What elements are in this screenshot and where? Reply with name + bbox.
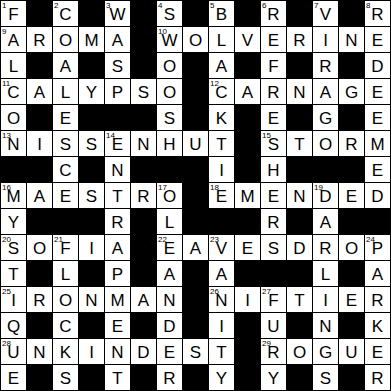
grid-cell-r13c9[interactable]: I bbox=[209, 313, 235, 339]
grid-cell-r7c3[interactable]: C bbox=[53, 157, 79, 183]
block-cell-r4c8 bbox=[183, 79, 209, 105]
cell-letter: R bbox=[319, 240, 331, 257]
grid-cell-r5c15[interactable]: E bbox=[365, 105, 391, 131]
grid-cell-r3c11[interactable]: F bbox=[261, 53, 287, 79]
cell-letter: I bbox=[89, 240, 94, 257]
cell-letter: V bbox=[242, 32, 253, 49]
cell-letter: R bbox=[319, 58, 331, 75]
block-cell-r13c12 bbox=[287, 313, 313, 339]
grid-cell-r15c13[interactable]: S bbox=[313, 365, 339, 391]
grid-cell-r10c9[interactable]: 23V bbox=[209, 235, 235, 261]
block-cell-r9c8 bbox=[183, 209, 209, 235]
cell-letter: U bbox=[345, 344, 357, 361]
grid-cell-r3c9[interactable]: A bbox=[209, 53, 235, 79]
grid-cell-r6c14[interactable]: R bbox=[339, 131, 365, 157]
grid-cell-r15c9[interactable]: Y bbox=[209, 365, 235, 391]
cell-letter: W bbox=[109, 6, 125, 23]
grid-cell-r5c1[interactable]: O bbox=[1, 105, 27, 131]
cell-letter: T bbox=[112, 188, 122, 205]
grid-cell-r4c4[interactable]: Y bbox=[79, 79, 105, 105]
grid-cell-r6c2[interactable]: I bbox=[27, 131, 53, 157]
grid-cell-r6c1[interactable]: 13N bbox=[1, 131, 27, 157]
block-cell-r15c2 bbox=[27, 365, 53, 391]
grid-cell-r14c12[interactable]: O bbox=[287, 339, 313, 365]
grid-cell-r3c1[interactable]: L bbox=[1, 53, 27, 79]
block-cell-r14c10 bbox=[235, 339, 261, 365]
grid-cell-r6c4[interactable]: S bbox=[79, 131, 105, 157]
clue-number: 17 bbox=[158, 183, 167, 192]
block-cell-r3c14 bbox=[339, 53, 365, 79]
cell-letter: A bbox=[138, 292, 149, 309]
cell-letter: E bbox=[60, 188, 71, 205]
grid-cell-r15c3[interactable]: S bbox=[53, 365, 79, 391]
block-cell-r9c9 bbox=[209, 209, 235, 235]
grid-cell-r13c15[interactable]: K bbox=[365, 313, 391, 339]
clue-number: 18 bbox=[210, 183, 219, 192]
cell-letter: S bbox=[190, 344, 201, 361]
grid-cell-r4c7[interactable]: O bbox=[157, 79, 183, 105]
grid-cell-r11c5[interactable]: P bbox=[105, 261, 131, 287]
block-cell-r9c10 bbox=[235, 209, 261, 235]
grid-cell-r1c5[interactable]: 3W bbox=[105, 1, 131, 27]
block-cell-r7c7 bbox=[157, 157, 183, 183]
cell-letter: I bbox=[11, 292, 16, 309]
grid-cell-r12c1[interactable]: 25I bbox=[1, 287, 27, 313]
clue-number: 6 bbox=[262, 1, 266, 10]
block-cell-r3c12 bbox=[287, 53, 313, 79]
block-cell-r1c6 bbox=[131, 1, 157, 27]
cell-letter: N bbox=[293, 84, 305, 101]
grid-cell-r2c3[interactable]: O bbox=[53, 27, 79, 53]
grid-cell-r8c3[interactable]: E bbox=[53, 183, 79, 209]
grid-cell-r8c9[interactable]: 18E bbox=[209, 183, 235, 209]
cell-letter: A bbox=[190, 240, 201, 257]
cell-letter: L bbox=[61, 84, 70, 101]
grid-cell-r4c2[interactable]: A bbox=[27, 79, 53, 105]
cell-letter: N bbox=[137, 136, 149, 153]
grid-cell-r12c7[interactable]: N bbox=[157, 287, 183, 313]
cell-letter: A bbox=[34, 188, 45, 205]
grid-cell-r7c11[interactable]: H bbox=[261, 157, 287, 183]
grid-cell-r14c15[interactable]: E bbox=[365, 339, 391, 365]
grid-cell-r12c9[interactable]: 26N bbox=[209, 287, 235, 313]
grid-cell-r4c11[interactable]: R bbox=[261, 79, 287, 105]
grid-cell-r12c13[interactable]: I bbox=[313, 287, 339, 313]
cell-letter: A bbox=[164, 266, 175, 283]
grid-cell-r1c15[interactable]: 8R bbox=[365, 1, 391, 27]
block-cell-r7c6 bbox=[131, 157, 157, 183]
clue-number: 25 bbox=[2, 287, 11, 296]
cell-letter: K bbox=[372, 318, 383, 335]
grid-cell-r14c3[interactable]: K bbox=[53, 339, 79, 365]
grid-cell-r8c13[interactable]: 19D bbox=[313, 183, 339, 209]
grid-cell-r7c9[interactable]: I bbox=[209, 157, 235, 183]
cell-letter: C bbox=[59, 6, 71, 23]
cell-letter: Y bbox=[8, 214, 19, 231]
grid-cell-r15c5[interactable]: T bbox=[105, 365, 131, 391]
grid-cell-r12c2[interactable]: R bbox=[27, 287, 53, 313]
clue-number: 13 bbox=[2, 131, 11, 140]
grid-cell-r8c7[interactable]: 17O bbox=[157, 183, 183, 209]
grid-cell-r2c14[interactable]: N bbox=[339, 27, 365, 53]
cell-letter: R bbox=[267, 84, 279, 101]
clue-number: 1 bbox=[2, 1, 6, 10]
grid-cell-r1c3[interactable]: 2C bbox=[53, 1, 79, 27]
grid-cell-r6c15[interactable]: M bbox=[365, 131, 391, 157]
grid-cell-r3c7[interactable]: O bbox=[157, 53, 183, 79]
grid-cell-r4c14[interactable]: G bbox=[339, 79, 365, 105]
cell-letter: M bbox=[110, 292, 124, 309]
grid-cell-r2c2[interactable]: R bbox=[27, 27, 53, 53]
block-cell-r11c11 bbox=[261, 261, 287, 287]
grid-cell-r12c10[interactable]: I bbox=[235, 287, 261, 313]
cell-letter: V bbox=[320, 6, 331, 23]
cell-letter: S bbox=[138, 84, 149, 101]
cell-letter: S bbox=[320, 370, 331, 387]
grid-cell-r12c14[interactable]: E bbox=[339, 287, 365, 313]
cell-letter: R bbox=[267, 214, 279, 231]
cell-letter: I bbox=[37, 136, 42, 153]
cell-letter: R bbox=[111, 214, 123, 231]
cell-letter: S bbox=[164, 110, 175, 127]
grid-cell-r9c5[interactable]: R bbox=[105, 209, 131, 235]
grid-cell-r10c1[interactable]: 20S bbox=[1, 235, 27, 261]
grid-cell-r12c5[interactable]: M bbox=[105, 287, 131, 313]
clue-number: 7 bbox=[314, 1, 318, 10]
grid-cell-r6c3[interactable]: S bbox=[53, 131, 79, 157]
grid-cell-r6c9[interactable]: T bbox=[209, 131, 235, 157]
grid-cell-r14c6[interactable]: D bbox=[131, 339, 157, 365]
grid-cell-r12c15[interactable]: R bbox=[365, 287, 391, 313]
block-cell-r5c10 bbox=[235, 105, 261, 131]
cell-letter: N bbox=[85, 292, 97, 309]
block-cell-r11c8 bbox=[183, 261, 209, 287]
grid-cell-r9c1[interactable]: Y bbox=[1, 209, 27, 235]
grid-cell-r11c13[interactable]: L bbox=[313, 261, 339, 287]
cell-letter: E bbox=[112, 318, 123, 335]
grid-cell-r10c2[interactable]: O bbox=[27, 235, 53, 261]
grid-cell-r4c10[interactable]: A bbox=[235, 79, 261, 105]
cell-letter: T bbox=[112, 370, 122, 387]
grid-cell-r13c1[interactable]: Q bbox=[1, 313, 27, 339]
grid-cell-r14c11[interactable]: 29R bbox=[261, 339, 287, 365]
grid-cell-r4c15[interactable]: E bbox=[365, 79, 391, 105]
grid-cell-r8c5[interactable]: T bbox=[105, 183, 131, 209]
grid-cell-r10c7[interactable]: 22E bbox=[157, 235, 183, 261]
grid-cell-r14c8[interactable]: S bbox=[183, 339, 209, 365]
grid-cell-r2c1[interactable]: 9A bbox=[1, 27, 27, 53]
grid-cell-r14c7[interactable]: E bbox=[157, 339, 183, 365]
block-cell-r2c6 bbox=[131, 27, 157, 53]
grid-cell-r6c13[interactable]: O bbox=[313, 131, 339, 157]
block-cell-r5c14 bbox=[339, 105, 365, 131]
grid-cell-r6c6[interactable]: N bbox=[131, 131, 157, 157]
grid-cell-r8c6[interactable]: R bbox=[131, 183, 157, 209]
grid-cell-r8c15[interactable]: D bbox=[365, 183, 391, 209]
cell-letter: D bbox=[371, 188, 383, 205]
cell-letter: Y bbox=[216, 370, 227, 387]
grid-cell-r9c13[interactable]: A bbox=[313, 209, 339, 235]
cell-letter: I bbox=[323, 32, 328, 49]
block-cell-r13c2 bbox=[27, 313, 53, 339]
block-cell-r3c4 bbox=[79, 53, 105, 79]
cell-letter: I bbox=[245, 292, 250, 309]
clue-number: 11 bbox=[2, 79, 10, 88]
grid-cell-r6c7[interactable]: H bbox=[157, 131, 183, 157]
grid-cell-r3c3[interactable]: A bbox=[53, 53, 79, 79]
grid-cell-r9c11[interactable]: R bbox=[261, 209, 287, 235]
cell-letter: R bbox=[293, 32, 305, 49]
grid-cell-r2c13[interactable]: I bbox=[313, 27, 339, 53]
grid-cell-r6c12[interactable]: T bbox=[287, 131, 313, 157]
grid-cell-r14c14[interactable]: U bbox=[339, 339, 365, 365]
cell-letter: D bbox=[293, 240, 305, 257]
grid-cell-r13c3[interactable]: C bbox=[53, 313, 79, 339]
grid-cell-r12c4[interactable]: N bbox=[79, 287, 105, 313]
cell-letter: C bbox=[59, 318, 71, 335]
grid-cell-r12c12[interactable]: T bbox=[287, 287, 313, 313]
block-cell-r15c12 bbox=[287, 365, 313, 391]
grid-cell-r10c13[interactable]: R bbox=[313, 235, 339, 261]
block-cell-r7c4 bbox=[79, 157, 105, 183]
block-cell-r13c4 bbox=[79, 313, 105, 339]
cell-letter: R bbox=[345, 136, 357, 153]
block-cell-r5c8 bbox=[183, 105, 209, 131]
cell-letter: A bbox=[34, 84, 45, 101]
clue-number: 16 bbox=[2, 183, 11, 192]
grid-cell-r4c1[interactable]: 11C bbox=[1, 79, 27, 105]
grid-cell-r13c11[interactable]: U bbox=[261, 313, 287, 339]
cell-letter: A bbox=[242, 84, 253, 101]
cell-letter: S bbox=[112, 58, 123, 75]
cell-letter: U bbox=[267, 318, 279, 335]
cell-letter: F bbox=[8, 6, 18, 23]
cell-letter: G bbox=[319, 344, 332, 361]
cell-letter: A bbox=[112, 240, 123, 257]
block-cell-r6c10 bbox=[235, 131, 261, 157]
grid-cell-r10c5[interactable]: A bbox=[105, 235, 131, 261]
grid-cell-r8c10[interactable]: M bbox=[235, 183, 261, 209]
block-cell-r5c4 bbox=[79, 105, 105, 131]
grid-cell-r11c15[interactable]: A bbox=[365, 261, 391, 287]
cell-letter: S bbox=[268, 240, 279, 257]
cell-letter: R bbox=[371, 370, 383, 387]
cell-letter: A bbox=[320, 84, 331, 101]
grid-cell-r11c9[interactable]: A bbox=[209, 261, 235, 287]
grid-cell-r2c9[interactable]: L bbox=[209, 27, 235, 53]
grid-cell-r4c6[interactable]: S bbox=[131, 79, 157, 105]
cell-letter: Y bbox=[86, 84, 97, 101]
block-cell-r9c14 bbox=[339, 209, 365, 235]
grid-cell-r13c13[interactable]: N bbox=[313, 313, 339, 339]
block-cell-r11c4 bbox=[79, 261, 105, 287]
grid-cell-r2c12[interactable]: R bbox=[287, 27, 313, 53]
cell-letter: T bbox=[294, 292, 304, 309]
grid-cell-r10c15[interactable]: 24P bbox=[365, 235, 391, 261]
grid-cell-r11c1[interactable]: T bbox=[1, 261, 27, 287]
grid-cell-r4c5[interactable]: P bbox=[105, 79, 131, 105]
clue-number: 19 bbox=[314, 183, 323, 192]
grid-cell-r14c5[interactable]: N bbox=[105, 339, 131, 365]
cell-letter: E bbox=[242, 240, 253, 257]
grid-cell-r2c10[interactable]: V bbox=[235, 27, 261, 53]
grid-cell-r3c5[interactable]: S bbox=[105, 53, 131, 79]
clue-number: 4 bbox=[158, 1, 162, 10]
grid-cell-r3c13[interactable]: R bbox=[313, 53, 339, 79]
grid-cell-r15c7[interactable]: R bbox=[157, 365, 183, 391]
grid-cell-r4c13[interactable]: A bbox=[313, 79, 339, 105]
block-cell-r15c14 bbox=[339, 365, 365, 391]
grid-cell-r14c13[interactable]: G bbox=[313, 339, 339, 365]
cell-letter: N bbox=[111, 162, 123, 179]
grid-cell-r10c4[interactable]: I bbox=[79, 235, 105, 261]
grid-cell-r10c11[interactable]: S bbox=[261, 235, 287, 261]
cell-letter: R bbox=[163, 370, 175, 387]
cell-letter: I bbox=[89, 344, 94, 361]
cell-letter: O bbox=[33, 240, 46, 257]
cell-letter: N bbox=[163, 292, 175, 309]
block-cell-r15c6 bbox=[131, 365, 157, 391]
block-cell-r3c2 bbox=[27, 53, 53, 79]
grid-cell-r9c7[interactable]: L bbox=[157, 209, 183, 235]
grid-cell-r14c4[interactable]: I bbox=[79, 339, 105, 365]
cell-letter: K bbox=[216, 110, 227, 127]
block-cell-r10c6 bbox=[131, 235, 157, 261]
cell-letter: O bbox=[163, 58, 176, 75]
cell-letter: O bbox=[59, 32, 72, 49]
grid-cell-r5c9[interactable]: K bbox=[209, 105, 235, 131]
grid-cell-r2c4[interactable]: M bbox=[79, 27, 105, 53]
cell-letter: R bbox=[33, 32, 45, 49]
clue-number: 27 bbox=[262, 287, 271, 296]
grid-cell-r7c15[interactable]: E bbox=[365, 157, 391, 183]
grid-cell-r5c13[interactable]: G bbox=[313, 105, 339, 131]
grid-cell-r1c13[interactable]: 7V bbox=[313, 1, 339, 27]
clue-number: 10 bbox=[158, 27, 167, 36]
block-cell-r7c8 bbox=[183, 157, 209, 183]
grid-cell-r5c11[interactable]: E bbox=[261, 105, 287, 131]
cell-letter: L bbox=[321, 266, 330, 283]
cell-letter: L bbox=[61, 266, 70, 283]
grid-cell-r15c11[interactable]: Y bbox=[261, 365, 287, 391]
grid-cell-r10c12[interactable]: D bbox=[287, 235, 313, 261]
grid-cell-r6c11[interactable]: 15S bbox=[261, 131, 287, 157]
block-cell-r8c8 bbox=[183, 183, 209, 209]
block-cell-r3c10 bbox=[235, 53, 261, 79]
grid-cell-r7c5[interactable]: N bbox=[105, 157, 131, 183]
grid-cell-r1c9[interactable]: 5B bbox=[209, 1, 235, 27]
grid-cell-r2c11[interactable]: E bbox=[261, 27, 287, 53]
cell-letter: D bbox=[371, 58, 383, 75]
cell-letter: U bbox=[189, 136, 201, 153]
cell-letter: A bbox=[60, 58, 71, 75]
cell-letter: G bbox=[345, 84, 358, 101]
grid-cell-r3c15[interactable]: D bbox=[365, 53, 391, 79]
grid-cell-r5c3[interactable]: E bbox=[53, 105, 79, 131]
cell-letter: T bbox=[294, 136, 304, 153]
grid-cell-r12c6[interactable]: A bbox=[131, 287, 157, 313]
cell-letter: N bbox=[293, 188, 305, 205]
cell-letter: A bbox=[216, 58, 227, 75]
grid-cell-r8c14[interactable]: E bbox=[339, 183, 365, 209]
grid-cell-r10c14[interactable]: O bbox=[339, 235, 365, 261]
grid-cell-r11c7[interactable]: A bbox=[157, 261, 183, 287]
grid-cell-r14c2[interactable]: N bbox=[27, 339, 53, 365]
grid-cell-r8c1[interactable]: 16M bbox=[1, 183, 27, 209]
crossword-board: 1F2C3W4S5B6R7V8R9AROMA10WOLVERINELASOAFR… bbox=[0, 0, 391, 391]
block-cell-r5c6 bbox=[131, 105, 157, 131]
grid-cell-r4c9[interactable]: 12C bbox=[209, 79, 235, 105]
cell-letter: S bbox=[164, 6, 175, 23]
grid-cell-r10c10[interactable]: E bbox=[235, 235, 261, 261]
cell-letter: E bbox=[8, 370, 19, 387]
grid-cell-r5c7[interactable]: S bbox=[157, 105, 183, 131]
cell-letter: I bbox=[219, 162, 224, 179]
block-cell-r11c12 bbox=[287, 261, 313, 287]
grid-cell-r13c7[interactable]: D bbox=[157, 313, 183, 339]
cell-letter: T bbox=[216, 136, 226, 153]
clue-number: 8 bbox=[366, 1, 370, 10]
grid-cell-r8c12[interactable]: N bbox=[287, 183, 313, 209]
grid-cell-r4c12[interactable]: N bbox=[287, 79, 313, 105]
grid-cell-r10c8[interactable]: A bbox=[183, 235, 209, 261]
grid-cell-r15c15[interactable]: R bbox=[365, 365, 391, 391]
grid-cell-r8c11[interactable]: E bbox=[261, 183, 287, 209]
cell-letter: R bbox=[267, 6, 279, 23]
cell-letter: I bbox=[323, 292, 328, 309]
grid-cell-r1c1[interactable]: 1F bbox=[1, 1, 27, 27]
cell-letter: E bbox=[268, 110, 279, 127]
grid-cell-r10c3[interactable]: 21F bbox=[53, 235, 79, 261]
cell-letter: I bbox=[219, 318, 224, 335]
grid-cell-r13c5[interactable]: E bbox=[105, 313, 131, 339]
grid-cell-r8c4[interactable]: S bbox=[79, 183, 105, 209]
grid-cell-r1c7[interactable]: 4S bbox=[157, 1, 183, 27]
clue-number: 12 bbox=[210, 79, 219, 88]
cell-letter: F bbox=[268, 58, 278, 75]
grid-cell-r6c8[interactable]: U bbox=[183, 131, 209, 157]
cell-letter: E bbox=[346, 188, 357, 205]
block-cell-r1c10 bbox=[235, 1, 261, 27]
block-cell-r12c8 bbox=[183, 287, 209, 313]
clue-number: 28 bbox=[2, 339, 11, 348]
block-cell-r5c2 bbox=[27, 105, 53, 131]
grid-cell-r12c3[interactable]: O bbox=[53, 287, 79, 313]
grid-cell-r2c7[interactable]: 10W bbox=[157, 27, 183, 53]
grid-cell-r8c2[interactable]: A bbox=[27, 183, 53, 209]
cell-letter: Y bbox=[268, 370, 279, 387]
block-cell-r5c5 bbox=[105, 105, 131, 131]
grid-cell-r6c5[interactable]: 14E bbox=[105, 131, 131, 157]
cell-letter: G bbox=[319, 110, 332, 127]
grid-cell-r11c3[interactable]: L bbox=[53, 261, 79, 287]
grid-cell-r1c11[interactable]: 6R bbox=[261, 1, 287, 27]
block-cell-r13c14 bbox=[339, 313, 365, 339]
grid-cell-r4c3[interactable]: L bbox=[53, 79, 79, 105]
grid-cell-r14c9[interactable]: T bbox=[209, 339, 235, 365]
grid-cell-r2c5[interactable]: A bbox=[105, 27, 131, 53]
grid-cell-r12c11[interactable]: 27F bbox=[261, 287, 287, 313]
grid-cell-r2c8[interactable]: O bbox=[183, 27, 209, 53]
grid-cell-r2c15[interactable]: E bbox=[365, 27, 391, 53]
grid-cell-r14c1[interactable]: 28U bbox=[1, 339, 27, 365]
block-cell-r3c6 bbox=[131, 53, 157, 79]
grid-cell-r15c1[interactable]: E bbox=[1, 365, 27, 391]
cell-letter: L bbox=[165, 214, 174, 231]
block-cell-r9c2 bbox=[27, 209, 53, 235]
clue-number: 26 bbox=[210, 287, 219, 296]
cell-letter: P bbox=[112, 266, 123, 283]
